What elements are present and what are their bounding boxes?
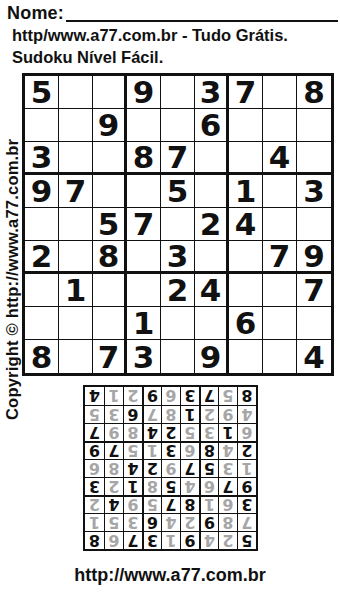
puzzle-cell: 9 bbox=[25, 175, 59, 208]
puzzle-cell bbox=[127, 109, 161, 142]
solution-cell: 8 bbox=[180, 495, 199, 513]
solution-cell: 5 bbox=[218, 387, 237, 405]
puzzle-cell: 8 bbox=[93, 241, 127, 274]
puzzle-cell bbox=[93, 142, 127, 175]
puzzle-cell bbox=[195, 142, 229, 175]
solution-cell: 4 bbox=[142, 423, 161, 441]
solution-cell: 5 bbox=[237, 531, 256, 549]
solution-cell: 7 bbox=[161, 495, 180, 513]
puzzle-cell bbox=[59, 142, 93, 175]
name-blank-line bbox=[66, 6, 338, 22]
solution-cell: 1 bbox=[104, 387, 123, 405]
solution-cell: 2 bbox=[161, 423, 180, 441]
solution-cell: 8 bbox=[85, 531, 104, 549]
solution-cell: 6 bbox=[142, 513, 161, 531]
solution-cell: 5 bbox=[85, 405, 104, 423]
puzzle-cell: 3 bbox=[25, 142, 59, 175]
puzzle-cell bbox=[263, 175, 297, 208]
solution-cell: 3 bbox=[85, 477, 104, 495]
sudoku-worksheet-page: Nome: http/www.a77.com.br - Tudo Grátis.… bbox=[0, 0, 340, 596]
solution-cell: 9 bbox=[85, 441, 104, 459]
puzzle-cell bbox=[263, 208, 297, 241]
solution-cell: 8 bbox=[161, 405, 180, 423]
puzzle-cell: 5 bbox=[161, 175, 195, 208]
site-title: http/www.a77.com.br - Tudo Grátis. bbox=[12, 26, 288, 45]
puzzle-cell bbox=[195, 175, 229, 208]
solution-cell: 5 bbox=[199, 459, 218, 477]
puzzle-cell bbox=[229, 241, 263, 274]
puzzle-cell: 7 bbox=[93, 340, 127, 373]
puzzle-cell bbox=[263, 109, 297, 142]
solution-cell: 5 bbox=[123, 441, 142, 459]
puzzle-cell: 5 bbox=[25, 76, 59, 109]
solution-cell: 8 bbox=[237, 387, 256, 405]
solution-cell: 3 bbox=[161, 441, 180, 459]
solution-cell: 4 bbox=[218, 441, 237, 459]
solution-cell: 5 bbox=[104, 513, 123, 531]
puzzle-cell bbox=[59, 340, 93, 373]
solution-cell: 6 bbox=[104, 531, 123, 549]
solution-cell: 1 bbox=[199, 495, 218, 513]
solution-cell: 3 bbox=[199, 423, 218, 441]
puzzle-cell: 1 bbox=[229, 175, 263, 208]
puzzle-cell bbox=[25, 208, 59, 241]
puzzle-cell: 5 bbox=[93, 208, 127, 241]
solution-cell: 4 bbox=[237, 405, 256, 423]
difficulty-title: Sudoku Nível Fácil. bbox=[12, 48, 163, 67]
puzzle-cell bbox=[59, 109, 93, 142]
puzzle-cell: 8 bbox=[127, 142, 161, 175]
puzzle-cell: 3 bbox=[297, 175, 331, 208]
puzzle-cell bbox=[59, 208, 93, 241]
puzzle-cell bbox=[93, 307, 127, 340]
solution-cell: 7 bbox=[218, 477, 237, 495]
solution-cell: 2 bbox=[237, 441, 256, 459]
puzzle-cell: 9 bbox=[195, 340, 229, 373]
puzzle-cell bbox=[263, 76, 297, 109]
solution-cell: 7 bbox=[85, 423, 104, 441]
puzzle-cell: 4 bbox=[195, 274, 229, 307]
solution-cell: 3 bbox=[180, 387, 199, 405]
solution-cell: 6 bbox=[85, 459, 104, 477]
puzzle-cell: 7 bbox=[229, 76, 263, 109]
solution-cell: 9 bbox=[104, 423, 123, 441]
solution-cell: 7 bbox=[123, 531, 142, 549]
vertical-copyright: Copyright © http://www.a77.com.br bbox=[3, 139, 22, 420]
solution-cell: 7 bbox=[199, 387, 218, 405]
puzzle-cell bbox=[25, 274, 59, 307]
puzzle-cell bbox=[195, 241, 229, 274]
puzzle-cell: 2 bbox=[25, 241, 59, 274]
solution-cell: 8 bbox=[104, 459, 123, 477]
puzzle-cell: 2 bbox=[195, 208, 229, 241]
puzzle-cell bbox=[127, 241, 161, 274]
footer-url: http://www.a77.com.br bbox=[0, 565, 340, 586]
solution-cell: 2 bbox=[199, 405, 218, 423]
puzzle-cell bbox=[161, 307, 195, 340]
solution-cell: 1 bbox=[142, 441, 161, 459]
solution-cell: 8 bbox=[199, 441, 218, 459]
puzzle-cell: 1 bbox=[59, 274, 93, 307]
puzzle-cell: 7 bbox=[297, 274, 331, 307]
puzzle-cell: 1 bbox=[127, 307, 161, 340]
solution-cell: 8 bbox=[142, 477, 161, 495]
puzzle-cell: 6 bbox=[195, 109, 229, 142]
solution-cell: 4 bbox=[199, 531, 218, 549]
solution-cell: 2 bbox=[180, 513, 199, 531]
solution-cell: 2 bbox=[218, 531, 237, 549]
puzzle-cell bbox=[161, 340, 195, 373]
solution-cell: 4 bbox=[180, 477, 199, 495]
puzzle-cell: 3 bbox=[127, 340, 161, 373]
solution-cell: 9 bbox=[161, 459, 180, 477]
puzzle-cell: 4 bbox=[229, 208, 263, 241]
puzzle-cell: 2 bbox=[161, 274, 195, 307]
puzzle-cell bbox=[127, 274, 161, 307]
puzzle-cell bbox=[297, 142, 331, 175]
puzzle-cell: 7 bbox=[127, 208, 161, 241]
puzzle-cell bbox=[93, 274, 127, 307]
puzzle-cell bbox=[229, 142, 263, 175]
solution-cell: 6 bbox=[161, 387, 180, 405]
puzzle-cell bbox=[161, 76, 195, 109]
puzzle-cell bbox=[297, 208, 331, 241]
puzzle-cell bbox=[263, 340, 297, 373]
puzzle-cell bbox=[161, 109, 195, 142]
sudoku-puzzle-board: 593789638749751357242837912471687394 bbox=[22, 73, 334, 376]
solution-cell: 8 bbox=[218, 513, 237, 531]
solution-cell: 9 bbox=[180, 531, 199, 549]
solution-cell: 5 bbox=[161, 477, 180, 495]
solution-cell: 7 bbox=[104, 441, 123, 459]
puzzle-cell: 4 bbox=[297, 340, 331, 373]
puzzle-cell: 9 bbox=[127, 76, 161, 109]
solution-cell: 7 bbox=[180, 459, 199, 477]
solution-cell: 6 bbox=[123, 405, 142, 423]
solution-cell: 9 bbox=[142, 387, 161, 405]
puzzle-cell bbox=[93, 175, 127, 208]
solution-cell: 1 bbox=[123, 477, 142, 495]
puzzle-cell bbox=[127, 175, 161, 208]
solution-cell: 2 bbox=[123, 387, 142, 405]
solution-cell: 2 bbox=[85, 495, 104, 513]
puzzle-cell bbox=[161, 208, 195, 241]
solution-cell: 3 bbox=[218, 459, 237, 477]
puzzle-cell bbox=[297, 307, 331, 340]
puzzle-cell bbox=[93, 76, 127, 109]
puzzle-cell: 9 bbox=[93, 109, 127, 142]
solution-cell: 6 bbox=[180, 441, 199, 459]
solution-cell: 4 bbox=[123, 459, 142, 477]
puzzle-cell bbox=[263, 307, 297, 340]
solution-cell: 9 bbox=[123, 495, 142, 513]
solution-cell: 1 bbox=[85, 513, 104, 531]
solution-cell: 6 bbox=[218, 495, 237, 513]
name-row: Nome: bbox=[7, 3, 338, 24]
solution-cell: 9 bbox=[237, 477, 256, 495]
puzzle-cell bbox=[195, 307, 229, 340]
puzzle-cell: 3 bbox=[161, 241, 195, 274]
solution-cell: 8 bbox=[123, 423, 142, 441]
puzzle-cell bbox=[263, 274, 297, 307]
solution-cell: 5 bbox=[180, 423, 199, 441]
solution-cell: 6 bbox=[199, 477, 218, 495]
puzzle-cell bbox=[59, 307, 93, 340]
solution-cell: 1 bbox=[218, 423, 237, 441]
solution-cell: 9 bbox=[218, 405, 237, 423]
puzzle-cell bbox=[59, 76, 93, 109]
puzzle-cell: 7 bbox=[59, 175, 93, 208]
puzzle-cell bbox=[25, 109, 59, 142]
solution-cell: 4 bbox=[104, 495, 123, 513]
name-label: Nome: bbox=[7, 3, 64, 24]
puzzle-cell: 9 bbox=[297, 241, 331, 274]
puzzle-cell bbox=[229, 109, 263, 142]
solution-cell: 9 bbox=[199, 513, 218, 531]
solution-cell: 4 bbox=[161, 513, 180, 531]
puzzle-cell bbox=[59, 241, 93, 274]
solution-cell: 6 bbox=[237, 423, 256, 441]
puzzle-cell: 4 bbox=[263, 142, 297, 175]
puzzle-cell: 6 bbox=[229, 307, 263, 340]
solution-cell: 1 bbox=[180, 405, 199, 423]
solution-cell: 3 bbox=[237, 495, 256, 513]
solution-cell: 3 bbox=[142, 531, 161, 549]
puzzle-cell bbox=[229, 274, 263, 307]
solution-cell: 3 bbox=[123, 513, 142, 531]
puzzle-cell: 8 bbox=[297, 76, 331, 109]
puzzle-cell: 7 bbox=[161, 142, 195, 175]
solution-cell: 5 bbox=[142, 495, 161, 513]
solution-cell: 1 bbox=[237, 459, 256, 477]
solution-cell: 7 bbox=[142, 405, 161, 423]
puzzle-cell bbox=[297, 109, 331, 142]
solution-cell: 7 bbox=[237, 513, 256, 531]
solution-cell: 2 bbox=[142, 459, 161, 477]
puzzle-cell bbox=[25, 307, 59, 340]
puzzle-cell: 8 bbox=[25, 340, 59, 373]
solution-cell: 4 bbox=[85, 387, 104, 405]
puzzle-cell: 7 bbox=[263, 241, 297, 274]
puzzle-cell: 3 bbox=[195, 76, 229, 109]
solution-cell: 1 bbox=[161, 531, 180, 549]
solution-cell: 2 bbox=[104, 477, 123, 495]
solution-cell: 3 bbox=[104, 405, 123, 423]
puzzle-cell bbox=[229, 340, 263, 373]
sudoku-solution-board-upside-down: 5249137687892463513618759429764581231357… bbox=[83, 385, 258, 551]
